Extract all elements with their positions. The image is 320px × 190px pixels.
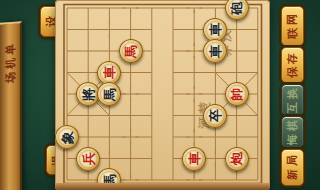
piece-black-c1[interactable]: 象 xyxy=(55,125,79,149)
piece-black-a3[interactable]: 馬 xyxy=(97,168,121,190)
piece-red-b9[interactable]: 炮 xyxy=(225,147,249,171)
mode-side-panel: 单机场 xyxy=(0,21,22,190)
piece-red-b7[interactable]: 車 xyxy=(182,147,206,171)
piece-red-e9[interactable]: 帥 xyxy=(225,82,249,106)
xiangqi-board[interactable]: 汉界 楚河 砲車車馬車將馬帥卒象兵車炮馬 xyxy=(55,0,270,190)
piece-black-d8[interactable]: 卒 xyxy=(203,104,227,128)
mode-label-singleplayer: 单机场 xyxy=(0,43,20,83)
swap-sides-button: 换互 xyxy=(281,84,304,116)
piece-red-b2[interactable]: 兵 xyxy=(76,147,100,171)
new-game-button[interactable]: 局新 xyxy=(281,149,304,186)
undo-move-button: 棋悔 xyxy=(281,116,304,148)
piece-red-g4[interactable]: 馬 xyxy=(119,39,143,63)
piece-black-h8[interactable]: 車 xyxy=(203,18,227,42)
game-screen: 单机场 设置 退回 xyxy=(0,0,320,190)
online-button[interactable]: 网联 xyxy=(281,6,304,46)
save-button[interactable]: 存保 xyxy=(281,47,304,83)
piece-red-f3[interactable]: 車 xyxy=(97,61,121,85)
